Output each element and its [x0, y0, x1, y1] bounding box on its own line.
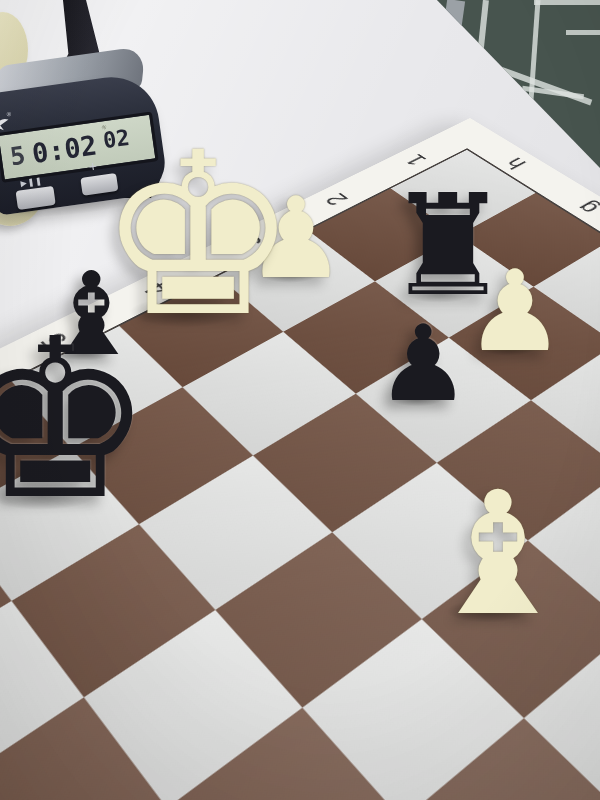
floor-line: [566, 30, 600, 35]
play-pause-label: ▶❚❚: [20, 176, 44, 188]
photo-frame: 12345678hgfedcba ® 5 ☼ 0:02 02 ▶❚❚ + ♟♜♚…: [0, 0, 600, 800]
piece-white-bishop-d4[interactable]: ♝: [422, 469, 574, 639]
lcd-left-digit: 5: [8, 140, 27, 171]
play-pause-button[interactable]: [15, 186, 55, 210]
piece-black-king-g6[interactable]: ♚: [0, 310, 154, 530]
piece-white-pawn-f2[interactable]: ♟: [465, 255, 565, 367]
floor-line: [534, 0, 600, 5]
registered-mark: ®: [6, 111, 11, 118]
piece-black-pawn-f3[interactable]: ♟: [376, 312, 470, 417]
